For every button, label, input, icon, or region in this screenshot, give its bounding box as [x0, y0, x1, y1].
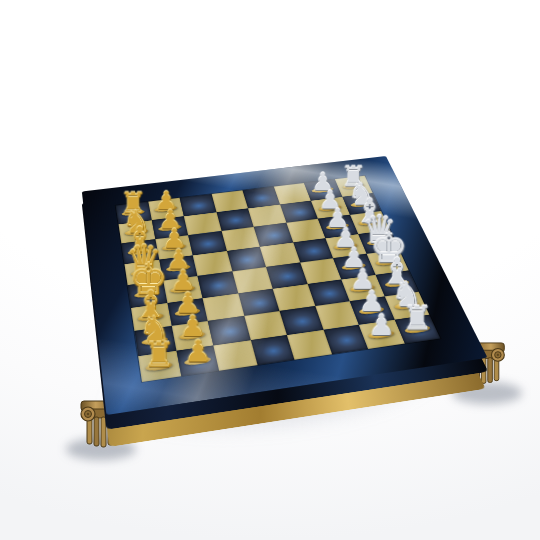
square-h1: ♜ — [138, 350, 181, 381]
square-g6 — [315, 301, 359, 329]
square-d5 — [260, 242, 300, 267]
board-grid: ♜♟♟♜♞♟♟♞♝♟♟♝♛♟♟♛♚♟♟♚♝♟♟♝♞♟♟♞♜♟♟♜ — [116, 176, 441, 382]
square-d6 — [293, 238, 333, 263]
square-h8: ♜ — [394, 315, 440, 344]
square-h3 — [213, 340, 257, 371]
square-f5 — [273, 284, 315, 311]
square-h7: ♟ — [359, 319, 405, 348]
square-h6 — [323, 325, 368, 355]
perspective-scene: ♜♟♟♜♞♟♟♞♝♟♟♝♛♟♟♛♚♟♟♚♝♟♟♝♞♟♟♞♜♟♟♜ — [0, 0, 540, 540]
square-h2: ♟ — [176, 345, 219, 376]
chess-board: ♜♟♟♜♞♟♟♞♝♟♟♝♛♟♟♛♚♟♟♚♝♟♟♝♞♟♟♞♜♟♟♜ — [82, 156, 488, 415]
chess-set-photo: ♜♟♟♜♞♟♟♞♝♟♟♝♛♟♟♛♚♟♟♚♝♟♟♝♞♟♟♞♜♟♟♜ — [0, 0, 540, 540]
